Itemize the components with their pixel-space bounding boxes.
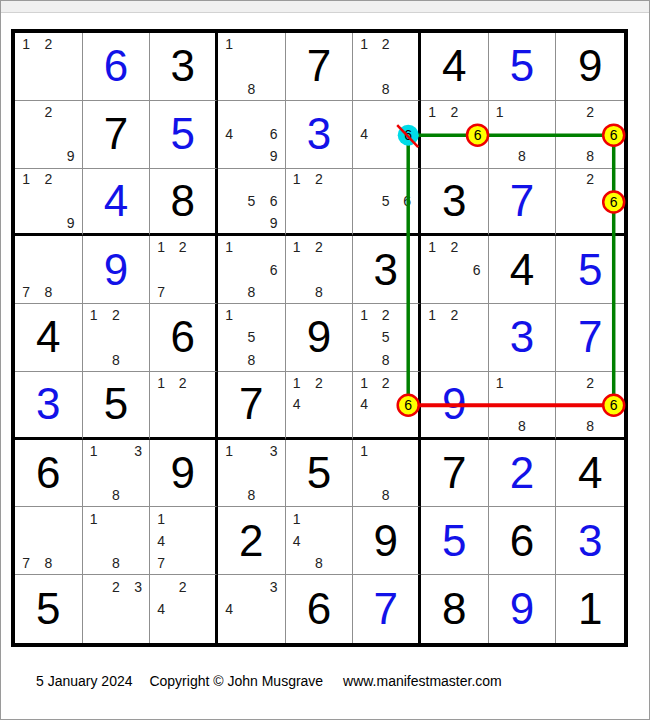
candidate-4: 4 bbox=[353, 123, 375, 145]
candidate-5: 5 bbox=[240, 326, 262, 348]
cell-r8c7[interactable]: 5 bbox=[421, 507, 489, 575]
cell-r7c9[interactable]: 4 bbox=[556, 440, 624, 508]
solved-digit: 7 bbox=[556, 304, 624, 371]
solved-digit: 4 bbox=[83, 169, 150, 234]
candidate-6: 6 bbox=[396, 123, 418, 145]
pencil-marks: 78 bbox=[15, 236, 82, 303]
pencil-marks: 12 bbox=[150, 372, 215, 437]
given-digit: 6 bbox=[286, 575, 353, 643]
cell-r9c8[interactable]: 9 bbox=[489, 575, 557, 643]
pencil-marks: 128 bbox=[353, 33, 418, 100]
cell-r3c4[interactable]: 569 bbox=[218, 169, 286, 237]
cell-r7c2[interactable]: 138 bbox=[83, 440, 151, 508]
given-digit: 9 bbox=[150, 440, 215, 507]
pencil-marks: 29 bbox=[15, 101, 82, 168]
candidate-4: 4 bbox=[353, 393, 375, 415]
given-digit: 7 bbox=[218, 372, 285, 437]
candidate-1: 1 bbox=[83, 304, 105, 326]
given-digit: 8 bbox=[421, 575, 488, 643]
candidate-4: 4 bbox=[150, 598, 172, 621]
cell-r4c1[interactable]: 78 bbox=[15, 236, 83, 304]
given-digit: 7 bbox=[286, 33, 353, 100]
cell-r4c7[interactable]: 126 bbox=[421, 236, 489, 304]
given-digit: 4 bbox=[421, 33, 488, 100]
pencil-marks: 147 bbox=[150, 507, 215, 574]
candidate-8: 8 bbox=[511, 415, 533, 437]
candidate-4: 4 bbox=[286, 393, 308, 415]
pencil-marks: 148 bbox=[286, 507, 353, 574]
candidate-6: 6 bbox=[601, 393, 624, 415]
given-digit: 9 bbox=[286, 304, 353, 371]
cell-r2c7[interactable]: 126 bbox=[421, 101, 489, 169]
candidate-8: 8 bbox=[579, 415, 602, 437]
solved-digit: 9 bbox=[83, 236, 150, 303]
candidate-1: 1 bbox=[421, 236, 443, 258]
cell-r8c4[interactable]: 2 bbox=[218, 507, 286, 575]
given-digit: 7 bbox=[421, 440, 488, 507]
candidate-4: 4 bbox=[150, 530, 172, 552]
solved-digit: 9 bbox=[421, 372, 488, 437]
cell-r1c1[interactable]: 12 bbox=[15, 33, 83, 101]
candidate-6: 6 bbox=[465, 259, 487, 281]
given-digit: 3 bbox=[353, 236, 418, 303]
candidate-1: 1 bbox=[150, 372, 172, 394]
candidate-3: 3 bbox=[127, 440, 149, 462]
candidate-9: 9 bbox=[59, 212, 81, 234]
cell-r5c5[interactable]: 9 bbox=[286, 304, 354, 372]
given-digit: 6 bbox=[150, 304, 215, 371]
candidate-2: 2 bbox=[579, 169, 602, 191]
cell-r8c6[interactable]: 9 bbox=[353, 507, 421, 575]
candidate-6: 6 bbox=[601, 190, 624, 212]
given-digit: 4 bbox=[489, 236, 556, 303]
candidate-8: 8 bbox=[308, 552, 330, 574]
pencil-marks: 18 bbox=[353, 440, 418, 507]
cell-r3c8[interactable]: 7 bbox=[489, 169, 557, 237]
candidate-1: 1 bbox=[421, 101, 443, 123]
cell-r2c2[interactable]: 7 bbox=[83, 101, 151, 169]
given-digit: 9 bbox=[556, 33, 624, 100]
candidate-8: 8 bbox=[240, 281, 262, 303]
pencil-marks: 78 bbox=[15, 507, 82, 574]
candidate-2: 2 bbox=[308, 169, 330, 191]
solved-digit: 3 bbox=[15, 372, 82, 437]
pencil-marks: 12 bbox=[15, 33, 82, 100]
candidate-1: 1 bbox=[353, 440, 375, 462]
cell-r8c5[interactable]: 148 bbox=[286, 507, 354, 575]
candidate-5: 5 bbox=[240, 190, 262, 212]
candidate-6: 6 bbox=[601, 123, 624, 145]
candidate-6: 6 bbox=[262, 190, 284, 212]
candidate-8: 8 bbox=[105, 552, 127, 574]
solved-digit: 9 bbox=[489, 575, 556, 643]
cell-r1c9[interactable]: 9 bbox=[556, 33, 624, 101]
cell-r1c7[interactable]: 4 bbox=[421, 33, 489, 101]
sudoku-page: { "game": "sudoku", "position": ".63.7.4… bbox=[0, 0, 650, 720]
pencil-marks: 268 bbox=[556, 372, 624, 437]
pencil-marks: 18 bbox=[489, 101, 556, 168]
candidate-8: 8 bbox=[240, 349, 262, 371]
candidate-1: 1 bbox=[421, 304, 443, 326]
cell-r5c6[interactable]: 1258 bbox=[353, 304, 421, 372]
cell-r3c9[interactable]: 26 bbox=[556, 169, 624, 237]
candidate-2: 2 bbox=[375, 372, 397, 394]
cell-r5c8[interactable]: 3 bbox=[489, 304, 557, 372]
candidate-2: 2 bbox=[308, 236, 330, 258]
pencil-marks: 569 bbox=[218, 169, 285, 234]
candidate-9: 9 bbox=[262, 145, 284, 167]
cell-r9c6[interactable]: 7 bbox=[353, 575, 421, 643]
candidate-8: 8 bbox=[579, 145, 602, 167]
solved-digit: 6 bbox=[83, 33, 150, 100]
candidate-1: 1 bbox=[218, 33, 240, 55]
pencil-marks: 138 bbox=[83, 440, 150, 507]
cell-r1c6[interactable]: 128 bbox=[353, 33, 421, 101]
cell-r6c2[interactable]: 5 bbox=[83, 372, 151, 440]
cell-r6c3[interactable]: 12 bbox=[150, 372, 218, 440]
cell-r3c2[interactable]: 4 bbox=[83, 169, 151, 237]
given-digit: 3 bbox=[421, 169, 488, 234]
cell-r5c1[interactable]: 4 bbox=[15, 304, 83, 372]
pencil-marks: 18 bbox=[489, 372, 556, 437]
footer-copyright: Copyright © John Musgrave bbox=[149, 673, 323, 689]
candidate-1: 1 bbox=[150, 507, 172, 529]
candidate-6: 6 bbox=[396, 393, 418, 415]
pencil-marks: 56 bbox=[353, 169, 418, 234]
candidate-1: 1 bbox=[353, 33, 375, 55]
cell-r4c5[interactable]: 128 bbox=[286, 236, 354, 304]
footer: 5 January 2024 Copyright © John Musgrave… bbox=[36, 673, 636, 693]
candidate-1: 1 bbox=[489, 372, 511, 394]
cell-r1c3[interactable]: 3 bbox=[150, 33, 218, 101]
solved-digit: 5 bbox=[421, 507, 488, 574]
cell-r3c7[interactable]: 3 bbox=[421, 169, 489, 237]
given-digit: 8 bbox=[150, 169, 215, 234]
solved-digit: 5 bbox=[150, 101, 215, 168]
pencil-marks: 12 bbox=[421, 304, 488, 371]
pencil-marks: 18 bbox=[218, 33, 285, 100]
pencil-marks: 46 bbox=[353, 101, 418, 168]
candidate-1: 1 bbox=[353, 372, 375, 394]
solved-digit: 3 bbox=[489, 304, 556, 371]
pencil-marks: 12 bbox=[286, 169, 353, 234]
pencil-marks: 23 bbox=[83, 575, 150, 643]
candidate-8: 8 bbox=[240, 484, 262, 506]
solved-digit: 5 bbox=[556, 236, 624, 303]
cell-r9c5[interactable]: 6 bbox=[286, 575, 354, 643]
pencil-marks: 128 bbox=[83, 304, 150, 371]
candidate-5: 5 bbox=[375, 326, 397, 348]
cell-r7c8[interactable]: 2 bbox=[489, 440, 557, 508]
candidate-2: 2 bbox=[172, 236, 194, 258]
cell-r8c8[interactable]: 6 bbox=[489, 507, 557, 575]
cell-r5c2[interactable]: 128 bbox=[83, 304, 151, 372]
given-digit: 5 bbox=[286, 440, 353, 507]
candidate-4: 4 bbox=[286, 530, 308, 552]
cell-r9c2[interactable]: 23 bbox=[83, 575, 151, 643]
cell-r2c6[interactable]: 46 bbox=[353, 101, 421, 169]
candidate-8: 8 bbox=[375, 349, 397, 371]
cell-r5c7[interactable]: 12 bbox=[421, 304, 489, 372]
candidate-7: 7 bbox=[15, 281, 37, 303]
cell-r2c5[interactable]: 3 bbox=[286, 101, 354, 169]
pencil-marks: 168 bbox=[218, 236, 285, 303]
candidate-2: 2 bbox=[105, 575, 127, 598]
candidate-1: 1 bbox=[218, 304, 240, 326]
pencil-marks: 126 bbox=[421, 101, 488, 168]
pencil-marks: 34 bbox=[218, 575, 285, 643]
candidate-2: 2 bbox=[37, 101, 59, 123]
candidate-1: 1 bbox=[83, 440, 105, 462]
candidate-6: 6 bbox=[262, 259, 284, 281]
cell-r1c8[interactable]: 5 bbox=[489, 33, 557, 101]
cell-r8c2[interactable]: 18 bbox=[83, 507, 151, 575]
candidate-2: 2 bbox=[443, 101, 465, 123]
pencil-marks: 268 bbox=[556, 101, 624, 168]
given-digit: 6 bbox=[15, 440, 82, 507]
cell-r4c6[interactable]: 3 bbox=[353, 236, 421, 304]
cell-r6c6[interactable]: 1246 bbox=[353, 372, 421, 440]
cell-r7c4[interactable]: 138 bbox=[218, 440, 286, 508]
solved-digit: 2 bbox=[489, 440, 556, 507]
candidate-2: 2 bbox=[579, 101, 602, 123]
cell-r7c5[interactable]: 5 bbox=[286, 440, 354, 508]
candidate-6: 6 bbox=[396, 190, 418, 212]
cell-r3c1[interactable]: 129 bbox=[15, 169, 83, 237]
candidate-1: 1 bbox=[489, 101, 511, 123]
cell-r9c9[interactable]: 1 bbox=[556, 575, 624, 643]
candidate-7: 7 bbox=[150, 281, 172, 303]
candidate-8: 8 bbox=[511, 145, 533, 167]
cell-r6c5[interactable]: 124 bbox=[286, 372, 354, 440]
pencil-marks: 469 bbox=[218, 101, 285, 168]
candidate-8: 8 bbox=[308, 281, 330, 303]
candidate-2: 2 bbox=[579, 372, 602, 394]
cell-r1c5[interactable]: 7 bbox=[286, 33, 354, 101]
candidate-2: 2 bbox=[375, 304, 397, 326]
given-digit: 3 bbox=[150, 33, 215, 100]
cell-r2c3[interactable]: 5 bbox=[150, 101, 218, 169]
cell-r3c5[interactable]: 12 bbox=[286, 169, 354, 237]
candidate-1: 1 bbox=[218, 440, 240, 462]
given-digit: 6 bbox=[489, 507, 556, 574]
cell-r4c9[interactable]: 5 bbox=[556, 236, 624, 304]
solved-digit: 7 bbox=[353, 575, 418, 643]
cell-r8c1[interactable]: 78 bbox=[15, 507, 83, 575]
pencil-marks: 1246 bbox=[353, 372, 418, 437]
solved-digit: 5 bbox=[489, 33, 556, 100]
cell-r9c7[interactable]: 8 bbox=[421, 575, 489, 643]
candidate-8: 8 bbox=[105, 349, 127, 371]
candidate-6: 6 bbox=[262, 123, 284, 145]
candidate-8: 8 bbox=[37, 281, 59, 303]
solved-digit: 3 bbox=[556, 507, 624, 574]
pencil-marks: 129 bbox=[15, 169, 82, 234]
given-digit: 5 bbox=[15, 575, 82, 643]
candidate-1: 1 bbox=[15, 169, 37, 191]
pencil-marks: 127 bbox=[150, 236, 215, 303]
candidate-4: 4 bbox=[218, 123, 240, 145]
cell-r6c7[interactable]: 9 bbox=[421, 372, 489, 440]
pencil-marks: 126 bbox=[421, 236, 488, 303]
given-digit: 7 bbox=[83, 101, 150, 168]
given-digit: 5 bbox=[83, 372, 150, 437]
cell-r7c6[interactable]: 18 bbox=[353, 440, 421, 508]
cell-r1c4[interactable]: 18 bbox=[218, 33, 286, 101]
candidate-8: 8 bbox=[37, 552, 59, 574]
candidate-1: 1 bbox=[83, 507, 105, 529]
footer-website[interactable]: www.manifestmaster.com bbox=[343, 673, 502, 689]
cell-r7c7[interactable]: 7 bbox=[421, 440, 489, 508]
candidate-1: 1 bbox=[218, 236, 240, 258]
cell-r4c2[interactable]: 9 bbox=[83, 236, 151, 304]
cell-r5c3[interactable]: 6 bbox=[150, 304, 218, 372]
cell-r9c1[interactable]: 5 bbox=[15, 575, 83, 643]
cell-r2c4[interactable]: 469 bbox=[218, 101, 286, 169]
window-top-bar bbox=[1, 1, 649, 13]
candidate-2: 2 bbox=[375, 33, 397, 55]
cell-r8c9[interactable]: 3 bbox=[556, 507, 624, 575]
cell-r2c1[interactable]: 29 bbox=[15, 101, 83, 169]
cell-r3c3[interactable]: 8 bbox=[150, 169, 218, 237]
cell-r6c4[interactable]: 7 bbox=[218, 372, 286, 440]
pencil-marks: 26 bbox=[556, 169, 624, 234]
pencil-marks: 18 bbox=[83, 507, 150, 574]
cell-r8c3[interactable]: 147 bbox=[150, 507, 218, 575]
cell-r2c8[interactable]: 18 bbox=[489, 101, 557, 169]
candidate-7: 7 bbox=[150, 552, 172, 574]
cell-r4c4[interactable]: 168 bbox=[218, 236, 286, 304]
candidate-8: 8 bbox=[375, 484, 397, 506]
cell-r6c1[interactable]: 3 bbox=[15, 372, 83, 440]
candidate-9: 9 bbox=[262, 212, 284, 234]
candidate-1: 1 bbox=[286, 169, 308, 191]
candidate-2: 2 bbox=[443, 304, 465, 326]
cell-r2c9[interactable]: 268 bbox=[556, 101, 624, 169]
given-digit: 9 bbox=[353, 507, 418, 574]
cell-r6c8[interactable]: 18 bbox=[489, 372, 557, 440]
cell-r7c1[interactable]: 6 bbox=[15, 440, 83, 508]
candidate-1: 1 bbox=[15, 33, 37, 55]
candidate-9: 9 bbox=[59, 145, 81, 167]
cell-r7c3[interactable]: 9 bbox=[150, 440, 218, 508]
cell-r4c8[interactable]: 4 bbox=[489, 236, 557, 304]
pencil-marks: 138 bbox=[218, 440, 285, 507]
candidate-8: 8 bbox=[105, 484, 127, 506]
candidate-2: 2 bbox=[172, 575, 194, 598]
given-digit: 4 bbox=[15, 304, 82, 371]
pencil-marks: 124 bbox=[286, 372, 353, 437]
candidate-1: 1 bbox=[286, 507, 308, 529]
candidate-5: 5 bbox=[375, 190, 397, 212]
cell-r5c4[interactable]: 158 bbox=[218, 304, 286, 372]
candidate-2: 2 bbox=[105, 304, 127, 326]
cell-r9c3[interactable]: 24 bbox=[150, 575, 218, 643]
footer-date: 5 January 2024 bbox=[36, 673, 133, 689]
candidate-2: 2 bbox=[37, 33, 59, 55]
cell-r9c4[interactable]: 34 bbox=[218, 575, 286, 643]
candidate-2: 2 bbox=[443, 236, 465, 258]
solved-digit: 3 bbox=[286, 101, 353, 168]
candidate-1: 1 bbox=[353, 304, 375, 326]
candidate-2: 2 bbox=[172, 372, 194, 394]
cell-r3c6[interactable]: 56 bbox=[353, 169, 421, 237]
candidate-8: 8 bbox=[240, 78, 262, 100]
candidate-3: 3 bbox=[262, 575, 284, 598]
candidate-4: 4 bbox=[218, 598, 240, 621]
pencil-marks: 1258 bbox=[353, 304, 418, 371]
candidate-1: 1 bbox=[286, 372, 308, 394]
pencil-marks: 158 bbox=[218, 304, 285, 371]
cell-r6c9[interactable]: 268 bbox=[556, 372, 624, 440]
given-digit: 1 bbox=[556, 575, 624, 643]
candidate-1: 1 bbox=[150, 236, 172, 258]
candidate-8: 8 bbox=[375, 78, 397, 100]
pencil-marks: 128 bbox=[286, 236, 353, 303]
given-digit: 4 bbox=[556, 440, 624, 507]
candidate-2: 2 bbox=[308, 372, 330, 394]
solved-digit: 7 bbox=[489, 169, 556, 234]
given-digit: 2 bbox=[218, 507, 285, 574]
sudoku-board: 1263187128459297546934612618268129485691… bbox=[11, 29, 628, 647]
candidate-3: 3 bbox=[127, 575, 149, 598]
cell-r1c2[interactable]: 6 bbox=[83, 33, 151, 101]
cell-r4c3[interactable]: 127 bbox=[150, 236, 218, 304]
candidate-2: 2 bbox=[37, 169, 59, 191]
pencil-marks: 24 bbox=[150, 575, 215, 643]
candidate-1: 1 bbox=[286, 236, 308, 258]
cell-r5c9[interactable]: 7 bbox=[556, 304, 624, 372]
candidate-6: 6 bbox=[465, 123, 487, 145]
candidate-3: 3 bbox=[262, 440, 284, 462]
candidate-7: 7 bbox=[15, 552, 37, 574]
